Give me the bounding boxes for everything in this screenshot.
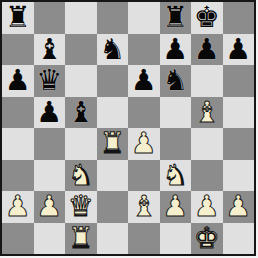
square-e1[interactable]	[128, 223, 160, 255]
square-e6[interactable]: ♟	[128, 65, 160, 97]
square-b6[interactable]: ♛	[34, 65, 66, 97]
square-c1[interactable]: ♜	[65, 223, 97, 255]
black-pawn-e6: ♟	[131, 65, 157, 97]
square-c8[interactable]	[65, 2, 97, 34]
black-queen-b6: ♛	[36, 65, 62, 97]
square-h4[interactable]	[223, 128, 255, 160]
white-knight-c3: ♞	[68, 160, 94, 192]
square-d7[interactable]: ♞	[97, 34, 129, 66]
square-g5[interactable]: ♝	[191, 97, 223, 129]
square-e3[interactable]	[128, 160, 160, 192]
square-b2[interactable]: ♟	[34, 191, 66, 223]
white-bishop-e2: ♝	[131, 191, 157, 223]
square-e2[interactable]: ♝	[128, 191, 160, 223]
white-pawn-f2: ♟	[162, 191, 188, 223]
square-g4[interactable]	[191, 128, 223, 160]
square-a6[interactable]: ♟	[2, 65, 34, 97]
square-f3[interactable]: ♞	[160, 160, 192, 192]
white-rook-c1: ♜	[68, 223, 94, 255]
black-pawn-f7: ♟	[162, 34, 188, 66]
square-b4[interactable]	[34, 128, 66, 160]
square-f6[interactable]: ♞	[160, 65, 192, 97]
square-a7[interactable]	[2, 34, 34, 66]
black-rook-a8: ♜	[5, 2, 31, 34]
black-pawn-h7: ♟	[225, 34, 251, 66]
square-f8[interactable]: ♜	[160, 2, 192, 34]
square-d4[interactable]: ♜	[97, 128, 129, 160]
square-c5[interactable]: ♝	[65, 97, 97, 129]
black-bishop-c5: ♝	[68, 97, 94, 129]
black-bishop-b7: ♝	[36, 34, 62, 66]
square-b3[interactable]	[34, 160, 66, 192]
black-rook-f8: ♜	[162, 2, 188, 34]
square-g2[interactable]: ♟	[191, 191, 223, 223]
square-d8[interactable]	[97, 2, 129, 34]
square-h3[interactable]	[223, 160, 255, 192]
square-h6[interactable]	[223, 65, 255, 97]
square-c3[interactable]: ♞	[65, 160, 97, 192]
white-pawn-g2: ♟	[194, 191, 220, 223]
square-b5[interactable]: ♟	[34, 97, 66, 129]
square-a8[interactable]: ♜	[2, 2, 34, 34]
square-c7[interactable]	[65, 34, 97, 66]
square-c6[interactable]	[65, 65, 97, 97]
square-h5[interactable]	[223, 97, 255, 129]
white-king-g1: ♚	[194, 223, 220, 255]
square-f7[interactable]: ♟	[160, 34, 192, 66]
white-queen-c2: ♛	[68, 191, 94, 223]
square-h8[interactable]	[223, 2, 255, 34]
white-pawn-a2: ♟	[5, 191, 31, 223]
square-e8[interactable]	[128, 2, 160, 34]
square-a4[interactable]	[2, 128, 34, 160]
square-h1[interactable]	[223, 223, 255, 255]
square-h7[interactable]: ♟	[223, 34, 255, 66]
black-knight-f6: ♞	[162, 65, 188, 97]
square-f2[interactable]: ♟	[160, 191, 192, 223]
white-pawn-b2: ♟	[36, 191, 62, 223]
square-f5[interactable]	[160, 97, 192, 129]
square-f1[interactable]	[160, 223, 192, 255]
black-pawn-g7: ♟	[194, 34, 220, 66]
square-d3[interactable]	[97, 160, 129, 192]
square-b1[interactable]	[34, 223, 66, 255]
square-f4[interactable]	[160, 128, 192, 160]
black-knight-d7: ♞	[99, 34, 125, 66]
square-e5[interactable]	[128, 97, 160, 129]
square-c2[interactable]: ♛	[65, 191, 97, 223]
square-e7[interactable]	[128, 34, 160, 66]
square-g6[interactable]	[191, 65, 223, 97]
square-g3[interactable]	[191, 160, 223, 192]
square-a2[interactable]: ♟	[2, 191, 34, 223]
chess-board-frame: ♜♜♚♝♞♟♟♟♟♛♟♞♟♝♝♜♟♞♞♟♟♛♝♟♟♟♜♚	[0, 0, 256, 256]
white-rook-d4: ♜	[99, 128, 125, 160]
white-pawn-h2: ♟	[225, 191, 251, 223]
white-knight-f3: ♞	[162, 160, 188, 192]
black-pawn-a6: ♟	[5, 65, 31, 97]
square-d6[interactable]	[97, 65, 129, 97]
square-c4[interactable]	[65, 128, 97, 160]
square-d5[interactable]	[97, 97, 129, 129]
square-e4[interactable]: ♟	[128, 128, 160, 160]
square-b8[interactable]	[34, 2, 66, 34]
square-a5[interactable]	[2, 97, 34, 129]
square-d2[interactable]	[97, 191, 129, 223]
square-g7[interactable]: ♟	[191, 34, 223, 66]
chess-board: ♜♜♚♝♞♟♟♟♟♛♟♞♟♝♝♜♟♞♞♟♟♛♝♟♟♟♜♚	[2, 2, 254, 254]
white-bishop-g5: ♝	[194, 97, 220, 129]
square-a3[interactable]	[2, 160, 34, 192]
square-g1[interactable]: ♚	[191, 223, 223, 255]
square-d1[interactable]	[97, 223, 129, 255]
black-king-g8: ♚	[194, 2, 220, 34]
white-pawn-e4: ♟	[131, 128, 157, 160]
square-a1[interactable]	[2, 223, 34, 255]
square-g8[interactable]: ♚	[191, 2, 223, 34]
square-h2[interactable]: ♟	[223, 191, 255, 223]
black-pawn-b5: ♟	[36, 97, 62, 129]
square-b7[interactable]: ♝	[34, 34, 66, 66]
